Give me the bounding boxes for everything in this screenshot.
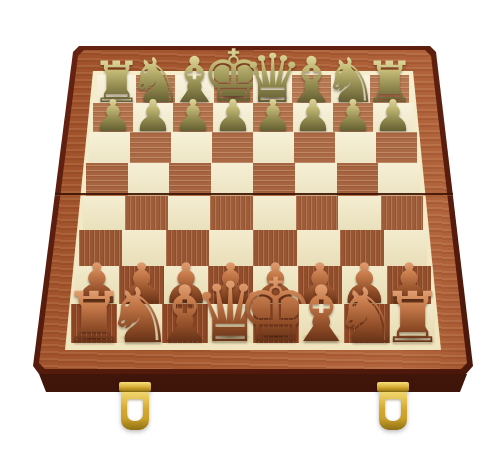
square-d4: [210, 196, 253, 230]
square-f4: [296, 196, 339, 230]
piece-white-rook: ♜: [381, 283, 444, 353]
square-b4: [125, 196, 168, 230]
square-c4: [168, 196, 211, 230]
square-g5: [337, 163, 379, 196]
square-a4: [83, 196, 126, 230]
rank-row-7: ♟♟♟♟♟♟♟♟: [93, 103, 413, 132]
square-f6: [294, 132, 335, 163]
fold-seam: [55, 193, 453, 196]
rank-row-6: [89, 132, 417, 163]
square-f7: ♟: [293, 103, 333, 132]
square-b5: [128, 163, 170, 196]
left-clasp-hole: [127, 399, 143, 421]
square-d5: [211, 163, 253, 196]
square-c7: ♟: [173, 103, 213, 132]
square-a6: [89, 132, 130, 163]
square-g7: ♟: [333, 103, 373, 132]
square-d7: ♟: [213, 103, 253, 132]
square-b6: [130, 132, 171, 163]
square-b7: ♟: [133, 103, 173, 132]
right-clasp-loop: [379, 392, 407, 430]
square-c6: [171, 132, 212, 163]
rank-row-4: [83, 196, 424, 230]
square-h5: [378, 163, 420, 196]
square-h6: [376, 132, 417, 163]
square-c5: [169, 163, 211, 196]
right-clasp-hinge-plate: [377, 382, 409, 392]
square-h4: [381, 196, 424, 230]
rank-row-1: ♜♞♝♛♚♝♞♜: [71, 304, 435, 343]
product-photo-stage: ♜♞♝♚♛♝♞♜♟♟♟♟♟♟♟♟♟♟♟♟♟♟♟♟♜♞♝♛♚♝♞♜: [0, 0, 500, 450]
square-h1: ♜: [390, 304, 436, 343]
square-d6: [212, 132, 253, 163]
square-g6: [335, 132, 376, 163]
square-a7: ♟: [93, 103, 133, 132]
right-clasp-hole: [385, 399, 401, 421]
square-e7: ♟: [253, 103, 293, 132]
square-e4: [253, 196, 296, 230]
left-clasp-hinge-plate: [119, 382, 151, 392]
square-h7: ♟: [373, 103, 413, 132]
square-g4: [338, 196, 381, 230]
right-clasp: [377, 382, 409, 430]
rank-row-5: [86, 163, 420, 196]
square-e5: [253, 163, 295, 196]
left-clasp: [119, 382, 151, 430]
square-f5: [295, 163, 337, 196]
left-clasp-loop: [121, 392, 149, 430]
square-a5: [86, 163, 128, 196]
square-e6: [253, 132, 294, 163]
